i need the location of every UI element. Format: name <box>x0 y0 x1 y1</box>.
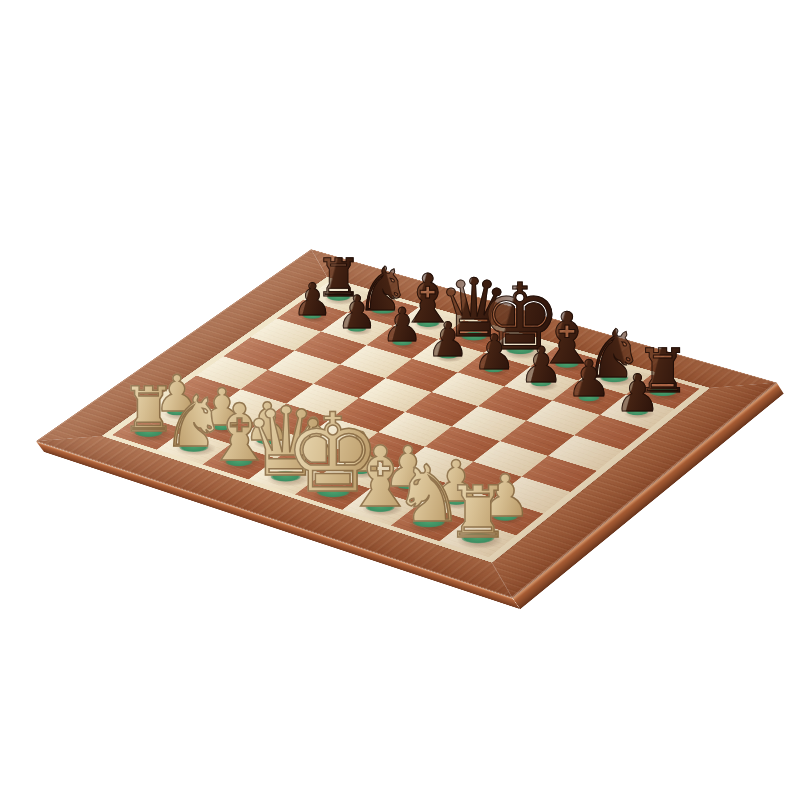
square-g5[interactable] <box>500 421 575 456</box>
square-h5[interactable] <box>548 435 623 471</box>
piece-black-pawn-a7[interactable]: ♟ <box>292 278 332 323</box>
piece-black-pawn-h7[interactable]: ♟ <box>614 368 660 419</box>
piece-black-pawn-b7[interactable]: ♟ <box>336 290 377 336</box>
piece-black-pawn-e7[interactable]: ♟ <box>473 328 516 376</box>
chess-set-product-photo: ♜♞♟♝♟♛♟♚♟♝♟♞♟♜♟♟♟♟♜♟♞♟♝♟♛♟♚♟♝♟♞♜ <box>0 0 800 800</box>
piece-black-pawn-d7[interactable]: ♟ <box>427 315 470 362</box>
piece-black-pawn-f7[interactable]: ♟ <box>519 341 563 390</box>
piece-white-rook-h1[interactable]: ♜ <box>446 477 510 549</box>
square-f5[interactable] <box>452 406 526 441</box>
piece-black-pawn-c7[interactable]: ♟ <box>381 303 423 350</box>
square-h4[interactable] <box>521 456 597 492</box>
piece-black-pawn-g7[interactable]: ♟ <box>566 355 611 405</box>
